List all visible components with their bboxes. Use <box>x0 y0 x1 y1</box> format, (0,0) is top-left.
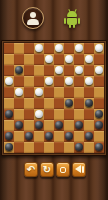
square-r8-c9[interactable] <box>84 120 94 131</box>
square-r2-c7[interactable] <box>64 54 74 65</box>
square-r2-c2[interactable] <box>14 54 24 65</box>
square-r3-c2[interactable] <box>14 65 24 76</box>
white-piece[interactable] <box>65 55 73 63</box>
black-piece[interactable] <box>5 143 13 151</box>
square-r3-c5[interactable] <box>44 65 54 76</box>
white-piece[interactable] <box>95 44 103 52</box>
toolbar: ↶ ↻ <box>24 162 86 177</box>
square-r9-c7[interactable] <box>64 131 74 142</box>
square-r9-c3[interactable] <box>24 131 34 142</box>
square-r5-c8[interactable] <box>74 87 84 98</box>
white-piece[interactable] <box>85 55 93 63</box>
restart-icon: ↻ <box>43 165 51 175</box>
white-piece[interactable] <box>45 77 53 85</box>
square-r5-c5[interactable] <box>44 87 54 98</box>
square-r4-c10[interactable] <box>94 76 104 87</box>
black-piece[interactable] <box>95 110 103 118</box>
square-r2-c6[interactable] <box>54 54 64 65</box>
square-r4-c2[interactable] <box>14 76 24 87</box>
square-r6-c1[interactable] <box>4 98 14 109</box>
square-r7-c3[interactable] <box>24 109 34 120</box>
speaker-icon <box>75 165 84 174</box>
square-r10-c6[interactable] <box>54 142 64 153</box>
square-r8-c2[interactable] <box>14 120 24 131</box>
square-r5-c9[interactable] <box>84 87 94 98</box>
square-r5-c6[interactable] <box>54 87 64 98</box>
square-r1-c4[interactable] <box>34 43 44 54</box>
checkers-app-screen: ↶ ↻ <box>0 0 108 200</box>
square-r1-c5[interactable] <box>44 43 54 54</box>
square-r10-c3[interactable] <box>24 142 34 153</box>
square-r7-c8[interactable] <box>74 109 84 120</box>
square-r2-c3[interactable] <box>24 54 34 65</box>
square-r7-c10[interactable] <box>94 109 104 120</box>
square-r9-c4[interactable] <box>34 131 44 142</box>
restart-button[interactable]: ↻ <box>40 162 54 177</box>
black-piece[interactable] <box>5 132 13 140</box>
board-button[interactable] <box>56 162 70 177</box>
square-r6-c6[interactable] <box>54 98 64 109</box>
rounded-square-icon <box>60 167 66 173</box>
square-r3-c6[interactable] <box>54 65 64 76</box>
square-r8-c1[interactable] <box>4 120 14 131</box>
black-piece[interactable] <box>75 121 83 129</box>
square-r4-c4[interactable] <box>34 76 44 87</box>
square-r1-c1[interactable] <box>4 43 14 54</box>
square-r10-c4[interactable] <box>34 142 44 153</box>
square-r10-c5[interactable] <box>44 142 54 153</box>
square-r8-c10[interactable] <box>94 120 104 131</box>
square-r5-c4[interactable] <box>34 87 44 98</box>
black-piece[interactable] <box>15 121 23 129</box>
white-piece[interactable] <box>75 44 83 52</box>
square-r2-c10[interactable] <box>94 54 104 65</box>
square-r3-c7[interactable] <box>64 65 74 76</box>
white-piece[interactable] <box>85 77 93 85</box>
black-piece[interactable] <box>35 121 43 129</box>
android-arm-left <box>64 18 66 24</box>
white-piece[interactable] <box>55 66 63 74</box>
square-r5-c7[interactable] <box>64 87 74 98</box>
square-r8-c4[interactable] <box>34 120 44 131</box>
square-r1-c3[interactable] <box>24 43 34 54</box>
square-r7-c6[interactable] <box>54 109 64 120</box>
square-r8-c8[interactable] <box>74 120 84 131</box>
square-r1-c9[interactable] <box>84 43 94 54</box>
white-piece[interactable] <box>95 66 103 74</box>
square-r4-c5[interactable] <box>44 76 54 87</box>
square-r4-c7[interactable] <box>64 76 74 87</box>
person-icon <box>30 12 36 18</box>
square-r1-c7[interactable] <box>64 43 74 54</box>
square-r10-c9[interactable] <box>84 142 94 153</box>
sound-button[interactable] <box>72 162 86 177</box>
square-r3-c8[interactable] <box>74 65 84 76</box>
white-piece[interactable] <box>35 88 43 96</box>
square-r6-c4[interactable] <box>34 98 44 109</box>
square-r9-c1[interactable] <box>4 131 14 142</box>
square-r7-c4[interactable] <box>34 109 44 120</box>
square-r7-c7[interactable] <box>64 109 74 120</box>
black-piece[interactable] <box>95 143 103 151</box>
square-r6-c7[interactable] <box>64 98 74 109</box>
white-piece[interactable] <box>55 44 63 52</box>
black-piece[interactable] <box>5 110 13 118</box>
black-piece[interactable] <box>85 99 93 107</box>
black-piece[interactable] <box>65 99 73 107</box>
black-piece[interactable] <box>55 121 63 129</box>
square-r4-c1[interactable] <box>4 76 14 87</box>
black-piece[interactable] <box>65 132 73 140</box>
square-r6-c3[interactable] <box>24 98 34 109</box>
square-r3-c10[interactable] <box>94 65 104 76</box>
square-r4-c3[interactable] <box>24 76 34 87</box>
black-piece[interactable] <box>15 66 23 74</box>
board-grid <box>4 43 104 153</box>
white-piece[interactable] <box>75 66 83 74</box>
android-leg-left <box>69 25 71 28</box>
android-body <box>67 18 77 26</box>
person-shoulders <box>27 19 39 25</box>
square-r6-c10[interactable] <box>94 98 104 109</box>
white-piece[interactable] <box>45 55 53 63</box>
square-r3-c9[interactable] <box>84 65 94 76</box>
square-r10-c1[interactable] <box>4 142 14 153</box>
square-r7-c1[interactable] <box>4 109 14 120</box>
square-r1-c6[interactable] <box>54 43 64 54</box>
square-r5-c1[interactable] <box>4 87 14 98</box>
android-player-button[interactable] <box>64 9 80 28</box>
undo-button[interactable]: ↶ <box>24 162 38 177</box>
square-r4-c8[interactable] <box>74 76 84 87</box>
square-r6-c5[interactable] <box>44 98 54 109</box>
square-r7-c2[interactable] <box>14 109 24 120</box>
square-r4-c6[interactable] <box>54 76 64 87</box>
white-piece[interactable] <box>35 44 43 52</box>
square-r10-c2[interactable] <box>14 142 24 153</box>
black-piece[interactable] <box>75 143 83 151</box>
square-r5-c3[interactable] <box>24 87 34 98</box>
square-r7-c9[interactable] <box>84 109 94 120</box>
black-piece[interactable] <box>45 132 53 140</box>
square-r1-c8[interactable] <box>74 43 84 54</box>
square-r8-c5[interactable] <box>44 120 54 131</box>
android-arm-right <box>78 18 80 24</box>
square-r10-c10[interactable] <box>94 142 104 153</box>
android-leg-right <box>73 25 75 28</box>
square-r3-c4[interactable] <box>34 65 44 76</box>
square-r3-c1[interactable] <box>4 65 14 76</box>
square-r9-c9[interactable] <box>84 131 94 142</box>
square-r8-c3[interactable] <box>24 120 34 131</box>
square-r7-c5[interactable] <box>44 109 54 120</box>
square-r2-c1[interactable] <box>4 54 14 65</box>
game-board <box>1 40 107 156</box>
square-r2-c9[interactable] <box>84 54 94 65</box>
square-r8-c7[interactable] <box>64 120 74 131</box>
black-piece[interactable] <box>95 121 103 129</box>
square-r9-c2[interactable] <box>14 131 24 142</box>
human-player-button[interactable] <box>22 7 44 29</box>
square-r6-c9[interactable] <box>84 98 94 109</box>
square-r9-c10[interactable] <box>94 131 104 142</box>
square-r3-c3[interactable] <box>24 65 34 76</box>
white-piece[interactable] <box>15 88 23 96</box>
white-piece[interactable] <box>65 77 73 85</box>
square-r1-c2[interactable] <box>14 43 24 54</box>
square-r1-c10[interactable] <box>94 43 104 54</box>
square-r9-c6[interactable] <box>54 131 64 142</box>
android-robot-icon <box>67 11 77 17</box>
square-r10-c8[interactable] <box>74 142 84 153</box>
square-r6-c8[interactable] <box>74 98 84 109</box>
black-piece[interactable] <box>25 132 33 140</box>
square-r2-c4[interactable] <box>34 54 44 65</box>
square-r9-c5[interactable] <box>44 131 54 142</box>
square-r4-c9[interactable] <box>84 76 94 87</box>
black-piece[interactable] <box>85 132 93 140</box>
square-r10-c7[interactable] <box>64 142 74 153</box>
square-r2-c5[interactable] <box>44 54 54 65</box>
white-piece[interactable] <box>35 110 43 118</box>
undo-icon: ↶ <box>27 165 35 175</box>
white-piece[interactable] <box>5 77 13 85</box>
square-r5-c10[interactable] <box>94 87 104 98</box>
square-r5-c2[interactable] <box>14 87 24 98</box>
square-r2-c8[interactable] <box>74 54 84 65</box>
square-r8-c6[interactable] <box>54 120 64 131</box>
square-r9-c8[interactable] <box>74 131 84 142</box>
square-r6-c2[interactable] <box>14 98 24 109</box>
